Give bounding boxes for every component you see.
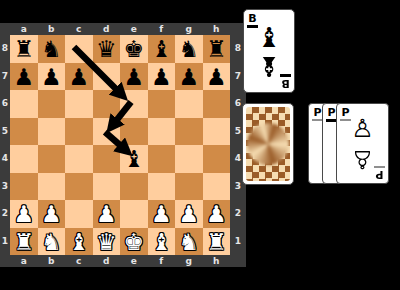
black-bishop-icon: ♝ (244, 23, 294, 52)
piece-white-pawn: ♟ (10, 200, 38, 228)
piece-white-pawn: ♟ (175, 200, 203, 228)
square-b4[interactable] (38, 145, 66, 173)
square-e8[interactable]: ♚ (120, 35, 148, 63)
square-d1[interactable]: ♛ (93, 228, 121, 256)
coordinate-label-h: h (203, 255, 231, 267)
square-e5[interactable] (120, 118, 148, 146)
square-e6[interactable] (120, 90, 148, 118)
square-h3[interactable] (203, 173, 231, 201)
card-face-glyphs: ♝ ♝ (244, 23, 294, 81)
piece-black-pawn: ♟ (175, 63, 203, 91)
piece-white-pawn: ♟ (148, 200, 176, 228)
coordinate-label-c: c (65, 255, 93, 267)
coordinate-label-d: d (93, 255, 121, 267)
square-c2[interactable] (65, 200, 93, 228)
coordinate-label-f: f (148, 255, 176, 267)
square-g3[interactable] (175, 173, 203, 201)
square-b8[interactable]: ♞ (38, 35, 66, 63)
square-d3[interactable] (93, 173, 121, 201)
square-b1[interactable]: ♞ (38, 228, 66, 256)
white-pawn-icon: ♙ (337, 113, 388, 144)
card-rank-corner-rotated: P (374, 166, 385, 180)
piece-black-bishop: ♝ (148, 35, 176, 63)
piece-black-pawn: ♟ (10, 63, 38, 91)
piece-black-pawn: ♟ (65, 63, 93, 91)
square-g5[interactable] (175, 118, 203, 146)
square-d8[interactable]: ♛ (93, 35, 121, 63)
square-f4[interactable] (148, 145, 176, 173)
square-d6[interactable] (93, 90, 121, 118)
square-e3[interactable] (120, 173, 148, 201)
coordinate-label-e: e (120, 23, 148, 35)
piece-white-pawn: ♟ (93, 200, 121, 228)
piece-black-rook: ♜ (10, 35, 38, 63)
card-rank-letter: P (313, 107, 321, 118)
coordinate-label-2: 2 (230, 200, 246, 228)
square-g1[interactable]: ♞ (175, 228, 203, 256)
square-d4[interactable] (93, 145, 121, 173)
square-d7[interactable] (93, 63, 121, 91)
square-g2[interactable]: ♟ (175, 200, 203, 228)
square-a5[interactable] (10, 118, 38, 146)
piece-black-knight: ♞ (175, 35, 203, 63)
square-f1[interactable]: ♝ (148, 228, 176, 256)
piece-black-knight: ♞ (38, 35, 66, 63)
coordinate-label-8: 8 (0, 35, 10, 63)
square-b3[interactable] (38, 173, 66, 201)
square-a1[interactable]: ♜ (10, 228, 38, 256)
piece-black-pawn: ♟ (203, 63, 231, 91)
piece-black-pawn: ♟ (148, 63, 176, 91)
piece-white-knight: ♞ (175, 228, 203, 256)
coordinate-label-b: b (38, 23, 66, 35)
square-a6[interactable] (10, 90, 38, 118)
square-h8[interactable]: ♜ (203, 35, 231, 63)
square-c5[interactable] (65, 118, 93, 146)
coordinate-label-d: d (93, 23, 121, 35)
piece-white-pawn: ♟ (38, 200, 66, 228)
square-a8[interactable]: ♜ (10, 35, 38, 63)
piece-white-bishop: ♝ (148, 228, 176, 256)
square-a2[interactable]: ♟ (10, 200, 38, 228)
card-rank-letter: P (327, 107, 335, 118)
square-f6[interactable] (148, 90, 176, 118)
coordinate-label-5: 5 (0, 118, 10, 146)
square-f5[interactable] (148, 118, 176, 146)
square-c1[interactable]: ♝ (65, 228, 93, 256)
square-e1[interactable]: ♚ (120, 228, 148, 256)
square-g4[interactable] (175, 145, 203, 173)
square-g7[interactable]: ♟ (175, 63, 203, 91)
square-f7[interactable]: ♟ (148, 63, 176, 91)
card-rank-corner-rotated: B (280, 74, 291, 89)
card-bishop-black[interactable]: B ♝ ♝ B (243, 9, 295, 93)
square-h5[interactable] (203, 118, 231, 146)
deck-card-back[interactable] (242, 103, 294, 185)
coordinate-label-1: 1 (230, 228, 246, 256)
piece-white-rook: ♜ (203, 228, 231, 256)
square-f2[interactable]: ♟ (148, 200, 176, 228)
square-e4[interactable]: ♝ (120, 145, 148, 173)
piece-black-rook: ♜ (203, 35, 231, 63)
coordinate-label-1: 1 (0, 228, 10, 256)
piece-white-queen: ♛ (93, 228, 121, 256)
square-h6[interactable] (203, 90, 231, 118)
card-rank-letter: B (281, 78, 289, 89)
piece-white-bishop: ♝ (65, 228, 93, 256)
coordinate-label-6: 6 (0, 90, 10, 118)
square-h4[interactable] (203, 145, 231, 173)
square-f8[interactable]: ♝ (148, 35, 176, 63)
coordinate-label-h: h (203, 23, 231, 35)
square-d2[interactable]: ♟ (93, 200, 121, 228)
square-f3[interactable] (148, 173, 176, 201)
piece-white-knight: ♞ (38, 228, 66, 256)
board-squares: ♜♞♛♚♝♞♜♟♟♟♟♟♟♟♝♟♟♟♟♟♟♜♞♝♛♚♝♞♜ (10, 35, 230, 255)
coordinate-label-a: a (10, 255, 38, 267)
piece-color-bar (280, 74, 291, 77)
square-c3[interactable] (65, 173, 93, 201)
square-g6[interactable] (175, 90, 203, 118)
piece-black-king: ♚ (120, 35, 148, 63)
coordinate-label-f: f (148, 23, 176, 35)
file-labels-bottom: abcdefgh (10, 255, 230, 267)
coordinate-label-e: e (120, 255, 148, 267)
rank-labels-left: 87654321 (0, 35, 10, 255)
square-a7[interactable]: ♟ (10, 63, 38, 91)
square-a4[interactable] (10, 145, 38, 173)
square-h1[interactable]: ♜ (203, 228, 231, 256)
piece-black-pawn: ♟ (120, 63, 148, 91)
square-b7[interactable]: ♟ (38, 63, 66, 91)
piece-black-bishop: ♝ (120, 145, 148, 173)
card-rank-letter: P (375, 169, 383, 180)
coordinate-label-c: c (65, 23, 93, 35)
coordinate-label-g: g (175, 255, 203, 267)
square-e7[interactable]: ♟ (120, 63, 148, 91)
piece-white-king: ♚ (120, 228, 148, 256)
checker-pattern (246, 107, 290, 181)
square-b2[interactable]: ♟ (38, 200, 66, 228)
file-labels-top: abcdefgh (10, 23, 230, 35)
piece-white-pawn: ♟ (203, 200, 231, 228)
square-e2[interactable] (120, 200, 148, 228)
coordinate-label-a: a (10, 23, 38, 35)
square-b5[interactable] (38, 118, 66, 146)
piece-black-pawn: ♟ (38, 63, 66, 91)
square-c6[interactable] (65, 90, 93, 118)
piece-color-bar (374, 166, 385, 168)
square-h2[interactable]: ♟ (203, 200, 231, 228)
chess-board: abcdefgh 87654321 ♜♞♛♚♝♞♜♟♟♟♟♟♟♟♝♟♟♟♟♟♟♜… (0, 23, 246, 267)
coordinate-label-7: 7 (0, 63, 10, 91)
square-g8[interactable]: ♞ (175, 35, 203, 63)
square-a3[interactable] (10, 173, 38, 201)
swirl-pattern (247, 123, 289, 165)
card-pawn-white-3[interactable]: P ♙ ♙ P (336, 103, 389, 184)
coordinate-label-4: 4 (0, 145, 10, 173)
coordinate-label-3: 3 (0, 173, 10, 201)
coordinate-label-2: 2 (0, 200, 10, 228)
square-c8[interactable] (65, 35, 93, 63)
coordinate-label-g: g (175, 23, 203, 35)
piece-black-queen: ♛ (93, 35, 121, 63)
square-b6[interactable] (38, 90, 66, 118)
square-h7[interactable]: ♟ (203, 63, 231, 91)
square-d5[interactable] (93, 118, 121, 146)
square-c4[interactable] (65, 145, 93, 173)
square-c7[interactable]: ♟ (65, 63, 93, 91)
coordinate-label-b: b (38, 255, 66, 267)
piece-white-rook: ♜ (10, 228, 38, 256)
